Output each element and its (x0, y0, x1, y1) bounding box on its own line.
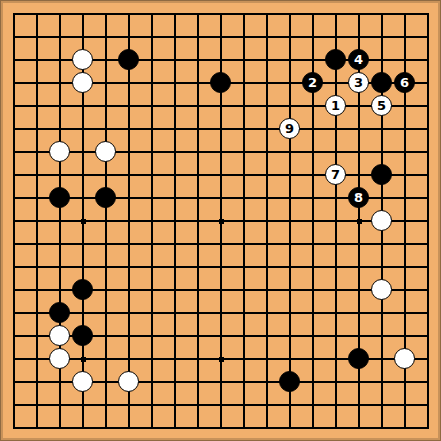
stone-black-move-8: 8 (348, 187, 369, 208)
star-point (219, 357, 224, 362)
stone-white (371, 279, 392, 300)
stone-white (72, 72, 93, 93)
stone-black (72, 325, 93, 346)
grid-line-vertical (266, 13, 268, 429)
stone-black (279, 371, 300, 392)
stone-white (49, 141, 70, 162)
grid-line-vertical (289, 13, 291, 429)
go-board: 123456789 (0, 0, 441, 441)
stone-black (210, 72, 231, 93)
stone-black (72, 279, 93, 300)
stone-white (371, 210, 392, 231)
stone-black-move-2: 2 (302, 72, 323, 93)
grid-line-horizontal (13, 266, 429, 268)
stone-white (118, 371, 139, 392)
grid-line-vertical (335, 13, 337, 429)
star-point (81, 357, 86, 362)
grid-line-horizontal (13, 243, 429, 245)
stone-white (49, 348, 70, 369)
stone-white (394, 348, 415, 369)
grid-line-horizontal (13, 312, 429, 314)
stone-black (95, 187, 116, 208)
stone-black (49, 187, 70, 208)
stone-white-move-1: 1 (325, 95, 346, 116)
stone-black (348, 348, 369, 369)
stone-black (325, 49, 346, 70)
grid-line-vertical (427, 13, 429, 429)
grid-line-horizontal (13, 427, 429, 429)
star-point (357, 219, 362, 224)
stone-white (95, 141, 116, 162)
stone-white-move-7: 7 (325, 164, 346, 185)
stone-black (371, 164, 392, 185)
stone-black (371, 72, 392, 93)
stone-white-move-3: 3 (348, 72, 369, 93)
star-point (219, 219, 224, 224)
grid-line-horizontal (13, 404, 429, 406)
star-point (81, 219, 86, 224)
grid-line-vertical (243, 13, 245, 429)
stone-black (49, 302, 70, 323)
stone-white (72, 371, 93, 392)
stone-black-move-4: 4 (348, 49, 369, 70)
stone-white-move-9: 9 (279, 118, 300, 139)
stone-white-move-5: 5 (371, 95, 392, 116)
stone-white (49, 325, 70, 346)
stone-white (72, 49, 93, 70)
stone-black-move-6: 6 (394, 72, 415, 93)
stone-black (118, 49, 139, 70)
